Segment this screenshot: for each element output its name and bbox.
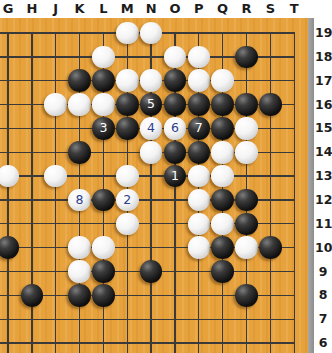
row-label: 6 [315,334,331,352]
column-label: T [285,1,303,17]
stone-white-P13[interactable] [188,165,211,188]
stone-black-L9[interactable] [92,260,115,283]
row-labels: 191817161514131211109876 [314,0,332,353]
grid-line [0,319,295,320]
row-label: 16 [315,96,331,114]
column-label: K [71,1,89,17]
stone-black-H8[interactable] [21,284,44,307]
stone-white-K9[interactable] [68,260,91,283]
column-label: S [261,1,279,17]
stone-black-R12[interactable] [235,189,258,212]
row-label: 12 [315,191,331,209]
stone-black-R8[interactable] [235,284,258,307]
go-app-screen: GHJKLMNOPQRST 53467182 19181716151413121… [0,0,332,353]
stone-black-R18[interactable] [235,46,258,69]
row-label: 9 [315,263,331,281]
stone-white-L10[interactable] [92,236,115,259]
stone-white-Q11[interactable] [211,213,234,236]
row-label: 7 [315,310,331,328]
stone-white-R10[interactable] [235,236,258,259]
stone-white-O18[interactable] [164,46,187,69]
stone-white-Q13[interactable] [211,165,234,188]
stone-black-L15[interactable]: 3 [92,117,115,140]
row-label: 11 [315,215,331,233]
stone-white-P10[interactable] [188,236,211,259]
stone-black-P16[interactable] [188,93,211,116]
stone-white-P18[interactable] [188,46,211,69]
move-number-label: 3 [99,122,107,135]
stone-white-N15[interactable]: 4 [140,117,163,140]
stone-black-K17[interactable] [68,69,91,92]
stone-white-K10[interactable] [68,236,91,259]
stone-black-S10[interactable] [259,236,282,259]
move-number-label: 1 [171,170,179,183]
row-label: 19 [315,24,331,42]
stone-black-S16[interactable] [259,93,282,116]
stone-white-Q14[interactable] [211,141,234,164]
row-label: 8 [315,286,331,304]
stone-black-O16[interactable] [164,93,187,116]
stone-white-L16[interactable] [92,93,115,116]
stone-white-N19[interactable] [140,22,163,45]
stone-white-K16[interactable] [68,93,91,116]
column-label: N [142,1,160,17]
column-label: Q [214,1,232,17]
stone-black-O14[interactable] [164,141,187,164]
stone-black-P14[interactable] [188,141,211,164]
stone-white-J16[interactable] [44,93,67,116]
move-number-label: 8 [76,194,84,207]
move-number-label: 5 [147,98,155,111]
stone-white-P12[interactable] [188,189,211,212]
stone-white-R14[interactable] [235,141,258,164]
row-label: 10 [315,239,331,257]
column-label: P [190,1,208,17]
move-number-label: 7 [195,122,203,135]
stone-white-L18[interactable] [92,46,115,69]
stone-black-R11[interactable] [235,213,258,236]
stone-black-Q12[interactable] [211,189,234,212]
stone-white-N14[interactable] [140,141,163,164]
stone-black-L17[interactable] [92,69,115,92]
stone-white-G13[interactable] [0,165,19,188]
stone-black-L12[interactable] [92,189,115,212]
stone-black-M15[interactable] [116,117,139,140]
row-label: 17 [315,72,331,90]
stone-black-Q10[interactable] [211,236,234,259]
stone-white-M17[interactable] [116,69,139,92]
column-label: J [47,1,65,17]
grid-line [0,342,295,343]
column-label: H [23,1,41,17]
stone-white-M13[interactable] [116,165,139,188]
stone-black-N16[interactable]: 5 [140,93,163,116]
column-label: G [0,1,17,17]
row-label: 15 [315,119,331,137]
stone-black-P15[interactable]: 7 [188,117,211,140]
stone-black-R16[interactable] [235,93,258,116]
grid-line [7,33,8,353]
column-label: M [118,1,136,17]
stone-white-R15[interactable] [235,117,258,140]
grid-line [294,33,295,353]
row-label: 18 [315,48,331,66]
stone-white-Q17[interactable] [211,69,234,92]
stone-white-M12[interactable]: 2 [116,189,139,212]
row-label: 14 [315,143,331,161]
stone-white-P17[interactable] [188,69,211,92]
stone-black-Q15[interactable] [211,117,234,140]
stone-white-N17[interactable] [140,69,163,92]
stone-black-M16[interactable] [116,93,139,116]
stone-black-O17[interactable] [164,69,187,92]
stone-white-J13[interactable] [44,165,67,188]
column-label: R [238,1,256,17]
move-number-label: 4 [147,122,155,135]
stone-white-O15[interactable]: 6 [164,117,187,140]
stone-black-Q9[interactable] [211,260,234,283]
column-label: O [166,1,184,17]
column-labels: GHJKLMNOPQRST [0,0,332,18]
stone-black-O13[interactable]: 1 [164,165,187,188]
stone-black-K8[interactable] [68,284,91,307]
stone-white-K12[interactable]: 8 [68,189,91,212]
move-number-label: 2 [123,194,131,207]
stone-black-L8[interactable] [92,284,115,307]
stone-white-M19[interactable] [116,22,139,45]
column-label: L [94,1,112,17]
row-label: 13 [315,167,331,185]
go-board[interactable]: 53467182 [0,18,308,353]
stone-white-P11[interactable] [188,213,211,236]
move-number-label: 6 [171,122,179,135]
stone-white-M11[interactable] [116,213,139,236]
stone-black-G10[interactable] [0,236,19,259]
stone-black-Q16[interactable] [211,93,234,116]
grid-line [55,33,56,353]
stone-black-N9[interactable] [140,260,163,283]
stone-black-K14[interactable] [68,141,91,164]
grid-line [270,33,271,353]
